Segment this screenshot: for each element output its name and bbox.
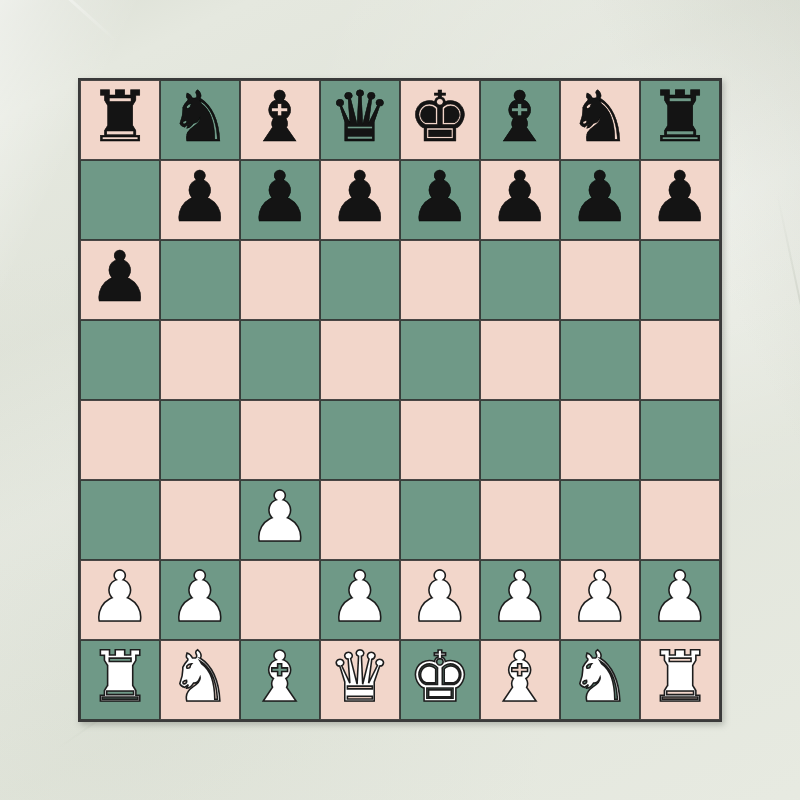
square-a2[interactable]: ♟ — [80, 560, 160, 640]
square-g2[interactable]: ♟ — [560, 560, 640, 640]
square-b7[interactable]: ♟ — [160, 160, 240, 240]
square-c2[interactable] — [240, 560, 320, 640]
black-pawn-f7[interactable]: ♟ — [489, 158, 552, 236]
square-e3[interactable] — [400, 480, 480, 560]
square-h7[interactable]: ♟ — [640, 160, 720, 240]
white-king-e1[interactable]: ♚ — [409, 638, 472, 716]
black-queen-d8[interactable]: ♛ — [329, 78, 392, 156]
black-rook-h8[interactable]: ♜ — [649, 78, 712, 156]
square-e2[interactable]: ♟ — [400, 560, 480, 640]
square-g8[interactable]: ♞ — [560, 80, 640, 160]
square-c1[interactable]: ♝ — [240, 640, 320, 720]
square-f8[interactable]: ♝ — [480, 80, 560, 160]
square-d6[interactable] — [320, 240, 400, 320]
square-d5[interactable] — [320, 320, 400, 400]
white-bishop-f1[interactable]: ♝ — [489, 638, 552, 716]
square-b8[interactable]: ♞ — [160, 80, 240, 160]
square-h8[interactable]: ♜ — [640, 80, 720, 160]
square-d7[interactable]: ♟ — [320, 160, 400, 240]
square-b4[interactable] — [160, 400, 240, 480]
square-g3[interactable] — [560, 480, 640, 560]
square-b2[interactable]: ♟ — [160, 560, 240, 640]
paper-crease — [0, 0, 118, 43]
black-knight-g8[interactable]: ♞ — [569, 78, 632, 156]
white-pawn-h2[interactable]: ♟ — [649, 558, 712, 636]
square-b5[interactable] — [160, 320, 240, 400]
white-queen-d1[interactable]: ♛ — [329, 638, 392, 716]
square-a1[interactable]: ♜ — [80, 640, 160, 720]
square-b3[interactable] — [160, 480, 240, 560]
white-pawn-a2[interactable]: ♟ — [89, 558, 152, 636]
black-pawn-c7[interactable]: ♟ — [249, 158, 312, 236]
square-h2[interactable]: ♟ — [640, 560, 720, 640]
square-a4[interactable] — [80, 400, 160, 480]
square-c6[interactable] — [240, 240, 320, 320]
square-a6[interactable]: ♟ — [80, 240, 160, 320]
black-pawn-b7[interactable]: ♟ — [169, 158, 232, 236]
square-d1[interactable]: ♛ — [320, 640, 400, 720]
black-pawn-g7[interactable]: ♟ — [569, 158, 632, 236]
black-rook-a8[interactable]: ♜ — [89, 78, 152, 156]
square-e5[interactable] — [400, 320, 480, 400]
square-e4[interactable] — [400, 400, 480, 480]
white-knight-b1[interactable]: ♞ — [169, 638, 232, 716]
square-c8[interactable]: ♝ — [240, 80, 320, 160]
square-g5[interactable] — [560, 320, 640, 400]
square-e6[interactable] — [400, 240, 480, 320]
square-g6[interactable] — [560, 240, 640, 320]
square-h3[interactable] — [640, 480, 720, 560]
white-pawn-e2[interactable]: ♟ — [409, 558, 472, 636]
square-b6[interactable] — [160, 240, 240, 320]
black-king-e8[interactable]: ♚ — [409, 78, 472, 156]
square-d3[interactable] — [320, 480, 400, 560]
black-knight-b8[interactable]: ♞ — [169, 78, 232, 156]
square-e1[interactable]: ♚ — [400, 640, 480, 720]
white-pawn-f2[interactable]: ♟ — [489, 558, 552, 636]
black-pawn-h7[interactable]: ♟ — [649, 158, 712, 236]
square-a5[interactable] — [80, 320, 160, 400]
square-c4[interactable] — [240, 400, 320, 480]
square-f2[interactable]: ♟ — [480, 560, 560, 640]
square-c7[interactable]: ♟ — [240, 160, 320, 240]
white-pawn-c3[interactable]: ♟ — [249, 478, 312, 556]
square-b1[interactable]: ♞ — [160, 640, 240, 720]
square-h1[interactable]: ♜ — [640, 640, 720, 720]
square-c5[interactable] — [240, 320, 320, 400]
black-bishop-c8[interactable]: ♝ — [249, 78, 312, 156]
square-f7[interactable]: ♟ — [480, 160, 560, 240]
white-pawn-b2[interactable]: ♟ — [169, 558, 232, 636]
square-f3[interactable] — [480, 480, 560, 560]
black-bishop-f8[interactable]: ♝ — [489, 78, 552, 156]
square-a7[interactable] — [80, 160, 160, 240]
black-pawn-a6[interactable]: ♟ — [89, 238, 152, 316]
square-e7[interactable]: ♟ — [400, 160, 480, 240]
square-h6[interactable] — [640, 240, 720, 320]
square-g7[interactable]: ♟ — [560, 160, 640, 240]
square-g1[interactable]: ♞ — [560, 640, 640, 720]
square-a8[interactable]: ♜ — [80, 80, 160, 160]
chess-app-canvas: ♜♞♝♛♚♝♞♜♟♟♟♟♟♟♟♟♟♟♟♟♟♟♟♟♜♞♝♛♚♝♞♜ — [0, 0, 800, 800]
square-d2[interactable]: ♟ — [320, 560, 400, 640]
white-pawn-d2[interactable]: ♟ — [329, 558, 392, 636]
white-knight-g1[interactable]: ♞ — [569, 638, 632, 716]
white-bishop-c1[interactable]: ♝ — [249, 638, 312, 716]
white-rook-a1[interactable]: ♜ — [89, 638, 152, 716]
white-pawn-g2[interactable]: ♟ — [569, 558, 632, 636]
square-h5[interactable] — [640, 320, 720, 400]
square-f6[interactable] — [480, 240, 560, 320]
white-rook-h1[interactable]: ♜ — [649, 638, 712, 716]
square-a3[interactable] — [80, 480, 160, 560]
black-pawn-d7[interactable]: ♟ — [329, 158, 392, 236]
square-c3[interactable]: ♟ — [240, 480, 320, 560]
square-d4[interactable] — [320, 400, 400, 480]
square-e8[interactable]: ♚ — [400, 80, 480, 160]
square-f5[interactable] — [480, 320, 560, 400]
chess-board: ♜♞♝♛♚♝♞♜♟♟♟♟♟♟♟♟♟♟♟♟♟♟♟♟♜♞♝♛♚♝♞♜ — [78, 78, 722, 722]
black-pawn-e7[interactable]: ♟ — [409, 158, 472, 236]
square-f1[interactable]: ♝ — [480, 640, 560, 720]
square-f4[interactable] — [480, 400, 560, 480]
paper-crease — [776, 193, 800, 409]
square-g4[interactable] — [560, 400, 640, 480]
square-d8[interactable]: ♛ — [320, 80, 400, 160]
square-h4[interactable] — [640, 400, 720, 480]
